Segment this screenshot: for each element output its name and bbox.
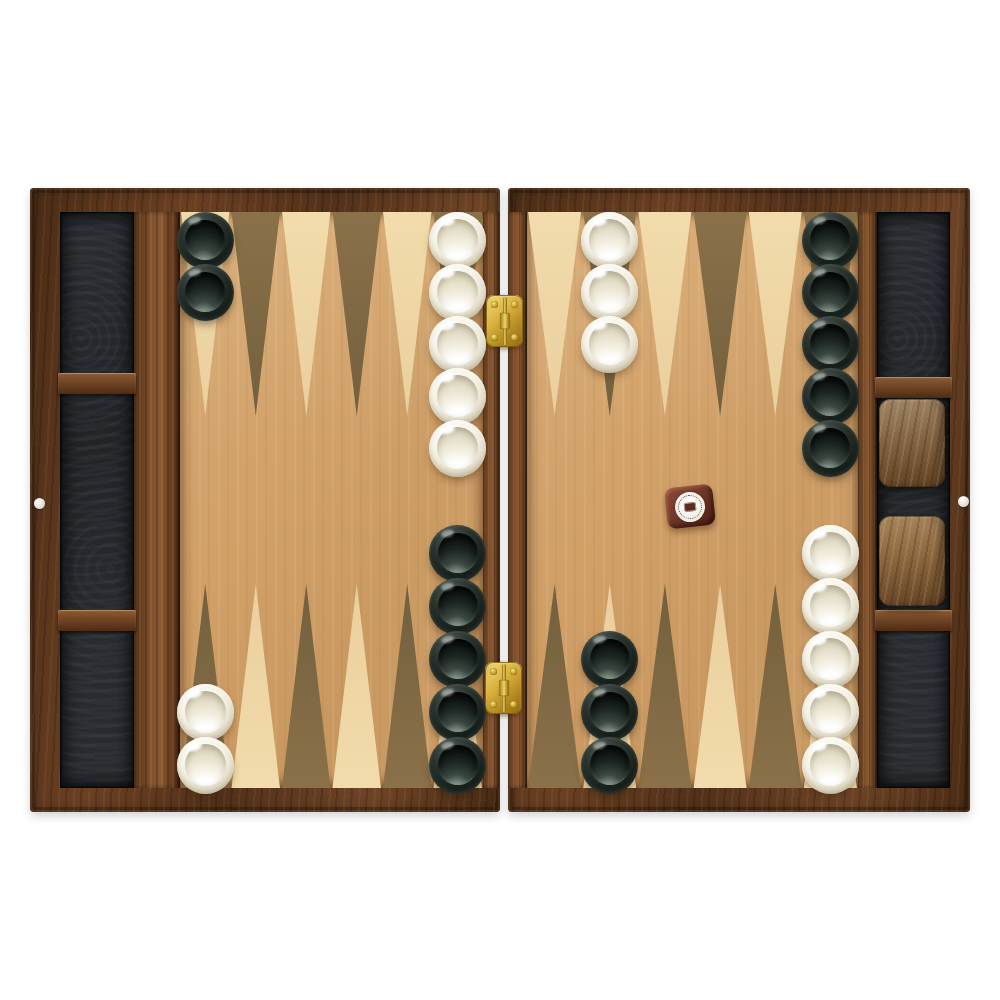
- checker-white[interactable]: [581, 264, 638, 321]
- checker-white[interactable]: [581, 212, 638, 269]
- checker-white[interactable]: [802, 525, 859, 582]
- checker-black[interactable]: [802, 316, 859, 373]
- checker-black[interactable]: [177, 264, 234, 321]
- checker-black[interactable]: [429, 631, 486, 688]
- hinge-screw-icon: [510, 701, 517, 708]
- backgammon-scene: [0, 0, 1000, 1000]
- checker-black[interactable]: [429, 578, 486, 635]
- hinge-screw-icon: [490, 668, 497, 675]
- hinge-screw-icon: [511, 301, 518, 308]
- left-board-rail: [134, 212, 180, 788]
- checker-black[interactable]: [429, 737, 486, 794]
- checker-black[interactable]: [177, 212, 234, 269]
- dice-cup-upper[interactable]: [879, 399, 945, 487]
- checker-white[interactable]: [429, 264, 486, 321]
- hinge-screw-icon: [490, 701, 497, 708]
- right-tray-divider-lower: [875, 610, 952, 631]
- checker-white[interactable]: [802, 631, 859, 688]
- hinge-screw-icon: [511, 334, 518, 341]
- checker-black[interactable]: [802, 420, 859, 477]
- magnet-dot-right: [958, 496, 969, 507]
- checker-black[interactable]: [802, 368, 859, 425]
- checker-black[interactable]: [429, 525, 486, 582]
- checker-white[interactable]: [429, 420, 486, 477]
- die-emblem-icon: [674, 490, 707, 523]
- brass-hinge-top: [486, 295, 523, 347]
- left-tray-divider-upper: [58, 373, 136, 394]
- right-tray-leather-well: [877, 212, 950, 788]
- dice-cup-lower[interactable]: [879, 516, 945, 606]
- die-emblem-core: [684, 501, 697, 511]
- die[interactable]: [664, 484, 716, 530]
- checker-white[interactable]: [802, 578, 859, 635]
- checker-black[interactable]: [581, 631, 638, 688]
- checker-white[interactable]: [177, 737, 234, 794]
- checker-black[interactable]: [429, 684, 486, 741]
- checker-black[interactable]: [802, 212, 859, 269]
- hinge-screw-icon: [510, 668, 517, 675]
- checker-black[interactable]: [581, 684, 638, 741]
- checker-black[interactable]: [802, 264, 859, 321]
- left-tray-leather-well: [60, 212, 134, 788]
- hinge-screw-icon: [491, 301, 498, 308]
- checker-white[interactable]: [177, 684, 234, 741]
- checker-white[interactable]: [429, 368, 486, 425]
- left-tray-divider-lower: [58, 610, 136, 631]
- right-tray-divider-upper: [875, 377, 952, 398]
- checker-white[interactable]: [802, 684, 859, 741]
- checker-white[interactable]: [429, 212, 486, 269]
- hinge-screw-icon: [491, 334, 498, 341]
- checker-white[interactable]: [581, 316, 638, 373]
- checker-white[interactable]: [802, 737, 859, 794]
- checker-white[interactable]: [429, 316, 486, 373]
- right-board-rail: [858, 212, 877, 788]
- magnet-dot-left: [34, 498, 45, 509]
- checker-black[interactable]: [581, 737, 638, 794]
- brass-hinge-bottom: [485, 662, 522, 714]
